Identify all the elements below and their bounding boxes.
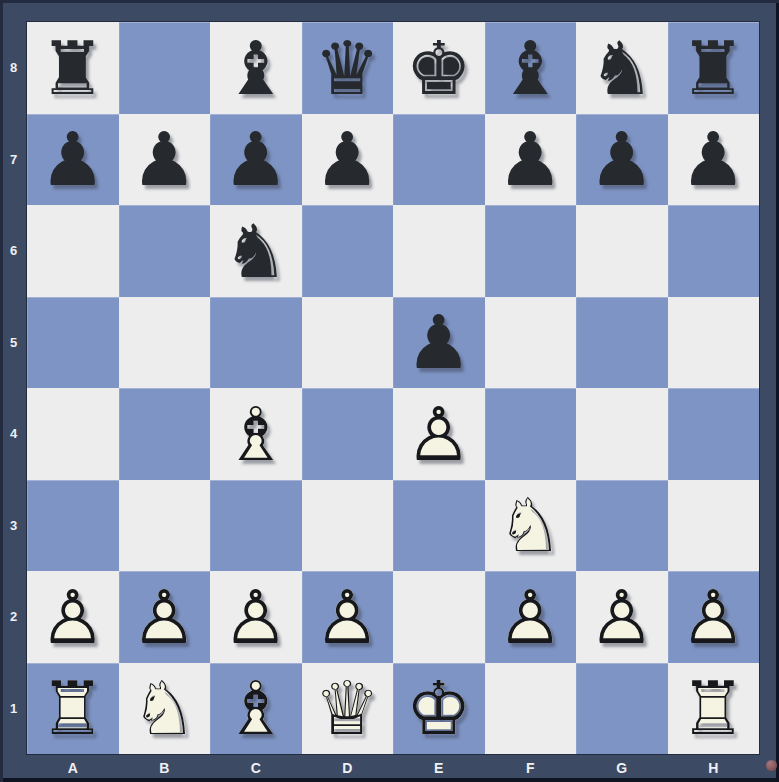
white-pawn[interactable]: ♟♙ bbox=[40, 580, 106, 654]
piece-outline: ♙ bbox=[497, 580, 563, 654]
square-c6[interactable]: ♞ bbox=[210, 205, 302, 297]
board-grid: ♜♝♛♚♝♞♜♟♟♟♟♟♟♟♞♟♝♗♟♙♞♘♟♙♟♙♟♙♟♙♟♙♟♙♟♙♜♖♞♘… bbox=[27, 22, 759, 754]
white-pawn[interactable]: ♟♙ bbox=[131, 580, 197, 654]
square-f2[interactable]: ♟♙ bbox=[485, 571, 577, 663]
square-g8[interactable]: ♞ bbox=[576, 22, 668, 114]
square-f8[interactable]: ♝ bbox=[485, 22, 577, 114]
black-pawn[interactable]: ♟ bbox=[497, 122, 563, 196]
square-a6[interactable] bbox=[27, 205, 119, 297]
square-c8[interactable]: ♝ bbox=[210, 22, 302, 114]
white-bishop[interactable]: ♝♗ bbox=[223, 671, 289, 745]
file-label-g: G bbox=[576, 754, 668, 782]
square-e8[interactable]: ♚ bbox=[393, 22, 485, 114]
square-b1[interactable]: ♞♘ bbox=[119, 663, 211, 755]
piece-outline: ♙ bbox=[406, 397, 472, 471]
white-knight[interactable]: ♞♘ bbox=[131, 671, 197, 745]
square-b2[interactable]: ♟♙ bbox=[119, 571, 211, 663]
square-g1[interactable] bbox=[576, 663, 668, 755]
square-e6[interactable] bbox=[393, 205, 485, 297]
white-pawn[interactable]: ♟♙ bbox=[589, 580, 655, 654]
black-bishop[interactable]: ♝ bbox=[497, 31, 563, 105]
square-a3[interactable] bbox=[27, 480, 119, 572]
piece-outline: ♕ bbox=[314, 671, 380, 745]
square-b3[interactable] bbox=[119, 480, 211, 572]
piece-outline: ♔ bbox=[406, 671, 472, 745]
chess-board-frame: ♜♝♛♚♝♞♜♟♟♟♟♟♟♟♞♟♝♗♟♙♞♘♟♙♟♙♟♙♟♙♟♙♟♙♟♙♜♖♞♘… bbox=[0, 0, 779, 782]
corner-dot-icon bbox=[766, 760, 777, 771]
piece-outline: ♖ bbox=[680, 671, 746, 745]
piece-outline: ♙ bbox=[589, 580, 655, 654]
white-bishop[interactable]: ♝♗ bbox=[223, 397, 289, 471]
square-d2[interactable]: ♟♙ bbox=[302, 571, 394, 663]
black-pawn[interactable]: ♟ bbox=[131, 122, 197, 196]
piece-outline: ♘ bbox=[497, 488, 563, 562]
square-e4[interactable]: ♟♙ bbox=[393, 388, 485, 480]
square-b7[interactable]: ♟ bbox=[119, 114, 211, 206]
white-pawn[interactable]: ♟♙ bbox=[406, 397, 472, 471]
file-label-e: E bbox=[393, 754, 485, 782]
square-h3[interactable] bbox=[668, 480, 760, 572]
square-e7[interactable] bbox=[393, 114, 485, 206]
square-c5[interactable] bbox=[210, 297, 302, 389]
square-f5[interactable] bbox=[485, 297, 577, 389]
black-rook[interactable]: ♜ bbox=[40, 31, 106, 105]
square-f7[interactable]: ♟ bbox=[485, 114, 577, 206]
black-pawn[interactable]: ♟ bbox=[314, 122, 380, 196]
square-b5[interactable] bbox=[119, 297, 211, 389]
rank-label-4: 4 bbox=[0, 388, 27, 480]
square-a7[interactable]: ♟ bbox=[27, 114, 119, 206]
piece-outline: ♙ bbox=[131, 580, 197, 654]
square-d4[interactable] bbox=[302, 388, 394, 480]
square-h1[interactable]: ♜♖ bbox=[668, 663, 760, 755]
black-rook[interactable]: ♜ bbox=[680, 31, 746, 105]
file-label-b: B bbox=[119, 754, 211, 782]
white-rook[interactable]: ♜♖ bbox=[40, 671, 106, 745]
file-label-f: F bbox=[485, 754, 577, 782]
white-knight[interactable]: ♞♘ bbox=[497, 488, 563, 562]
square-a5[interactable] bbox=[27, 297, 119, 389]
square-e1[interactable]: ♚♔ bbox=[393, 663, 485, 755]
rank-label-8: 8 bbox=[0, 22, 27, 114]
rank-label-1: 1 bbox=[0, 663, 27, 755]
square-g7[interactable]: ♟ bbox=[576, 114, 668, 206]
piece-outline: ♙ bbox=[314, 580, 380, 654]
rank-label-2: 2 bbox=[0, 571, 27, 663]
rank-label-5: 5 bbox=[0, 297, 27, 389]
piece-outline: ♙ bbox=[680, 580, 746, 654]
square-d1[interactable]: ♛♕ bbox=[302, 663, 394, 755]
piece-outline: ♗ bbox=[223, 397, 289, 471]
square-g6[interactable] bbox=[576, 205, 668, 297]
square-h5[interactable] bbox=[668, 297, 760, 389]
square-c4[interactable]: ♝♗ bbox=[210, 388, 302, 480]
white-queen[interactable]: ♛♕ bbox=[314, 671, 380, 745]
square-b6[interactable] bbox=[119, 205, 211, 297]
piece-outline: ♙ bbox=[223, 580, 289, 654]
white-rook[interactable]: ♜♖ bbox=[680, 671, 746, 745]
square-a4[interactable] bbox=[27, 388, 119, 480]
piece-outline: ♖ bbox=[40, 671, 106, 745]
white-pawn[interactable]: ♟♙ bbox=[497, 580, 563, 654]
square-c7[interactable]: ♟ bbox=[210, 114, 302, 206]
square-g2[interactable]: ♟♙ bbox=[576, 571, 668, 663]
rank-label-6: 6 bbox=[0, 205, 27, 297]
square-h6[interactable] bbox=[668, 205, 760, 297]
square-d7[interactable]: ♟ bbox=[302, 114, 394, 206]
square-e5[interactable]: ♟ bbox=[393, 297, 485, 389]
white-pawn[interactable]: ♟♙ bbox=[680, 580, 746, 654]
square-b4[interactable] bbox=[119, 388, 211, 480]
square-f4[interactable] bbox=[485, 388, 577, 480]
black-knight[interactable]: ♞ bbox=[589, 31, 655, 105]
white-pawn[interactable]: ♟♙ bbox=[314, 580, 380, 654]
piece-outline: ♗ bbox=[223, 671, 289, 745]
square-e3[interactable] bbox=[393, 480, 485, 572]
black-knight[interactable]: ♞ bbox=[223, 214, 289, 288]
square-g4[interactable] bbox=[576, 388, 668, 480]
file-label-d: D bbox=[302, 754, 394, 782]
square-h8[interactable]: ♜ bbox=[668, 22, 760, 114]
square-f6[interactable] bbox=[485, 205, 577, 297]
square-d8[interactable]: ♛ bbox=[302, 22, 394, 114]
rank-label-7: 7 bbox=[0, 114, 27, 206]
piece-outline: ♘ bbox=[131, 671, 197, 745]
white-king[interactable]: ♚♔ bbox=[406, 671, 472, 745]
file-label-c: C bbox=[210, 754, 302, 782]
file-label-h: H bbox=[668, 754, 760, 782]
square-d6[interactable] bbox=[302, 205, 394, 297]
square-h2[interactable]: ♟♙ bbox=[668, 571, 760, 663]
square-f1[interactable] bbox=[485, 663, 577, 755]
square-a1[interactable]: ♜♖ bbox=[27, 663, 119, 755]
black-pawn[interactable]: ♟ bbox=[406, 305, 472, 379]
square-a8[interactable]: ♜ bbox=[27, 22, 119, 114]
square-a2[interactable]: ♟♙ bbox=[27, 571, 119, 663]
square-c1[interactable]: ♝♗ bbox=[210, 663, 302, 755]
black-queen[interactable]: ♛ bbox=[314, 31, 380, 105]
rank-label-3: 3 bbox=[0, 480, 27, 572]
black-king[interactable]: ♚ bbox=[406, 31, 472, 105]
square-h7[interactable]: ♟ bbox=[668, 114, 760, 206]
black-pawn[interactable]: ♟ bbox=[589, 122, 655, 196]
black-pawn[interactable]: ♟ bbox=[223, 122, 289, 196]
square-e2[interactable] bbox=[393, 571, 485, 663]
square-h4[interactable] bbox=[668, 388, 760, 480]
square-c3[interactable] bbox=[210, 480, 302, 572]
square-f3[interactable]: ♞♘ bbox=[485, 480, 577, 572]
square-g5[interactable] bbox=[576, 297, 668, 389]
square-d3[interactable] bbox=[302, 480, 394, 572]
square-g3[interactable] bbox=[576, 480, 668, 572]
black-pawn[interactable]: ♟ bbox=[680, 122, 746, 196]
black-bishop[interactable]: ♝ bbox=[223, 31, 289, 105]
file-label-a: A bbox=[27, 754, 119, 782]
piece-outline: ♙ bbox=[40, 580, 106, 654]
white-pawn[interactable]: ♟♙ bbox=[223, 580, 289, 654]
square-c2[interactable]: ♟♙ bbox=[210, 571, 302, 663]
square-d5[interactable] bbox=[302, 297, 394, 389]
black-pawn[interactable]: ♟ bbox=[40, 122, 106, 196]
square-b8[interactable] bbox=[119, 22, 211, 114]
